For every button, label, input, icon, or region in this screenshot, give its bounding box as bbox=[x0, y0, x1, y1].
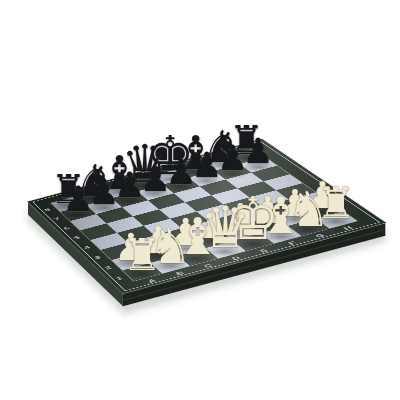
rank-label-4: 4 bbox=[82, 245, 91, 250]
file-label-c: C bbox=[202, 263, 213, 269]
file-label-a: A bbox=[146, 278, 157, 284]
file-label-b: B bbox=[174, 270, 185, 276]
rank-label-6: 6 bbox=[62, 226, 70, 231]
file-label-f: F bbox=[287, 240, 298, 245]
rank-label-1: 1 bbox=[114, 276, 123, 281]
rank-label-2: 2 bbox=[103, 265, 112, 270]
rank-label-7: 7 bbox=[53, 216, 61, 221]
rank-label-3: 3 bbox=[93, 255, 102, 260]
rank-label-8: 8 bbox=[43, 207, 51, 212]
rank-label-5: 5 bbox=[72, 235, 81, 240]
file-label-d: D bbox=[230, 255, 241, 261]
file-label-e: E bbox=[259, 248, 270, 253]
file-label-h: H bbox=[342, 225, 354, 230]
chess-set-photo: ABCDEFGH12345678 ♜♞♝♛♚♝♞♜♟♟♟♟♟♟♟♟♟♟♟♟♟♟♟… bbox=[0, 0, 400, 400]
file-label-g: G bbox=[314, 233, 326, 239]
